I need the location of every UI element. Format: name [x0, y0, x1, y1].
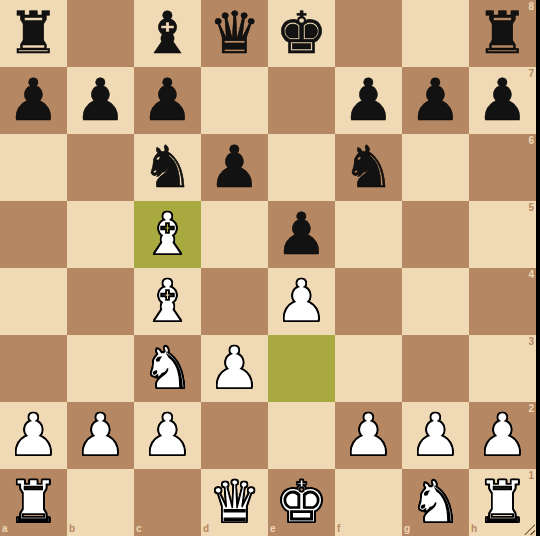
rank-label-6: 6 — [528, 136, 534, 146]
square-d4[interactable] — [201, 268, 268, 335]
square-b6[interactable] — [67, 134, 134, 201]
square-e3[interactable] — [268, 335, 335, 402]
square-f8[interactable] — [335, 0, 402, 67]
white-bishop[interactable]: ♝ — [142, 268, 194, 335]
white-knight[interactable]: ♞ — [410, 469, 462, 536]
white-pawn[interactable]: ♟ — [276, 268, 328, 335]
square-b8[interactable] — [67, 0, 134, 67]
square-h4[interactable]: 4 — [469, 268, 536, 335]
square-g7[interactable]: ♟ — [402, 67, 469, 134]
square-h1[interactable]: ♜h1 — [469, 469, 536, 536]
square-e1[interactable]: ♚e — [268, 469, 335, 536]
square-e8[interactable]: ♚ — [268, 0, 335, 67]
square-c1[interactable]: c — [134, 469, 201, 536]
square-a2[interactable]: ♟ — [0, 402, 67, 469]
file-label-f: f — [337, 524, 340, 534]
file-label-c: c — [136, 524, 142, 534]
square-c6[interactable]: ♞ — [134, 134, 201, 201]
square-g2[interactable]: ♟ — [402, 402, 469, 469]
square-h6[interactable]: 6 — [469, 134, 536, 201]
black-pawn[interactable]: ♟ — [410, 67, 462, 134]
white-pawn[interactable]: ♟ — [343, 402, 395, 469]
square-b4[interactable] — [67, 268, 134, 335]
black-rook[interactable]: ♜ — [8, 0, 60, 67]
square-e7[interactable] — [268, 67, 335, 134]
square-a8[interactable]: ♜ — [0, 0, 67, 67]
black-pawn[interactable]: ♟ — [343, 67, 395, 134]
black-king[interactable]: ♚ — [276, 0, 328, 67]
square-b5[interactable] — [67, 201, 134, 268]
square-h2[interactable]: ♟2 — [469, 402, 536, 469]
square-b2[interactable]: ♟ — [67, 402, 134, 469]
square-c2[interactable]: ♟ — [134, 402, 201, 469]
square-e4[interactable]: ♟ — [268, 268, 335, 335]
square-f4[interactable] — [335, 268, 402, 335]
white-pawn[interactable]: ♟ — [8, 402, 60, 469]
white-pawn[interactable]: ♟ — [142, 402, 194, 469]
board-grid: ♜♝♛♚♜8♟♟♟♟♟♟7♞♟♞6♝♟5♝♟4♞♟3♟♟♟♟♟♟2♜abc♛d♚… — [0, 0, 536, 536]
square-h3[interactable]: 3 — [469, 335, 536, 402]
rank-label-7: 7 — [528, 69, 534, 79]
square-b3[interactable] — [67, 335, 134, 402]
square-f2[interactable]: ♟ — [335, 402, 402, 469]
rank-label-1: 1 — [528, 471, 534, 481]
square-a6[interactable] — [0, 134, 67, 201]
square-f1[interactable]: f — [335, 469, 402, 536]
black-pawn[interactable]: ♟ — [276, 201, 328, 268]
square-f7[interactable]: ♟ — [335, 67, 402, 134]
square-b7[interactable]: ♟ — [67, 67, 134, 134]
white-knight[interactable]: ♞ — [142, 335, 194, 402]
page: { "game": "chess", "app": { "title": "ch… — [0, 0, 540, 536]
square-a5[interactable] — [0, 201, 67, 268]
square-h8[interactable]: ♜8 — [469, 0, 536, 67]
square-d6[interactable]: ♟ — [201, 134, 268, 201]
square-a3[interactable] — [0, 335, 67, 402]
square-g1[interactable]: ♞g — [402, 469, 469, 536]
black-knight[interactable]: ♞ — [343, 134, 395, 201]
file-label-g: g — [404, 524, 410, 534]
square-a7[interactable]: ♟ — [0, 67, 67, 134]
square-g4[interactable] — [402, 268, 469, 335]
file-label-h: h — [471, 524, 477, 534]
square-a1[interactable]: ♜a — [0, 469, 67, 536]
square-e2[interactable] — [268, 402, 335, 469]
square-c8[interactable]: ♝ — [134, 0, 201, 67]
black-knight[interactable]: ♞ — [142, 134, 194, 201]
black-rook[interactable]: ♜ — [477, 0, 529, 67]
file-label-a: a — [2, 524, 8, 534]
file-label-e: e — [270, 524, 276, 534]
square-c7[interactable]: ♟ — [134, 67, 201, 134]
square-g8[interactable] — [402, 0, 469, 67]
square-g3[interactable] — [402, 335, 469, 402]
square-f6[interactable]: ♞ — [335, 134, 402, 201]
square-e6[interactable] — [268, 134, 335, 201]
square-f5[interactable] — [335, 201, 402, 268]
rank-label-5: 5 — [528, 203, 534, 213]
black-queen[interactable]: ♛ — [209, 0, 261, 67]
square-c3[interactable]: ♞ — [134, 335, 201, 402]
black-pawn[interactable]: ♟ — [8, 67, 60, 134]
square-d7[interactable] — [201, 67, 268, 134]
white-pawn[interactable]: ♟ — [75, 402, 127, 469]
square-c5[interactable]: ♝ — [134, 201, 201, 268]
rank-label-3: 3 — [528, 337, 534, 347]
chess-board: ♜♝♛♚♜8♟♟♟♟♟♟7♞♟♞6♝♟5♝♟4♞♟3♟♟♟♟♟♟2♜abc♛d♚… — [0, 0, 536, 536]
white-rook[interactable]: ♜ — [477, 469, 529, 536]
white-pawn[interactable]: ♟ — [209, 335, 261, 402]
square-d3[interactable]: ♟ — [201, 335, 268, 402]
white-bishop[interactable]: ♝ — [142, 201, 194, 268]
square-h5[interactable]: 5 — [469, 201, 536, 268]
black-pawn[interactable]: ♟ — [75, 67, 127, 134]
white-rook[interactable]: ♜ — [8, 469, 60, 536]
square-b1[interactable]: b — [67, 469, 134, 536]
white-king[interactable]: ♚ — [276, 469, 328, 536]
square-d1[interactable]: ♛d — [201, 469, 268, 536]
white-pawn[interactable]: ♟ — [477, 402, 529, 469]
black-pawn[interactable]: ♟ — [142, 67, 194, 134]
file-label-d: d — [203, 524, 209, 534]
rank-label-8: 8 — [528, 2, 534, 12]
square-e5[interactable]: ♟ — [268, 201, 335, 268]
square-h7[interactable]: ♟7 — [469, 67, 536, 134]
square-c4[interactable]: ♝ — [134, 268, 201, 335]
square-g6[interactable] — [402, 134, 469, 201]
square-d5[interactable] — [201, 201, 268, 268]
square-a4[interactable] — [0, 268, 67, 335]
black-pawn[interactable]: ♟ — [209, 134, 261, 201]
rank-label-4: 4 — [528, 270, 534, 280]
square-f3[interactable] — [335, 335, 402, 402]
square-d2[interactable] — [201, 402, 268, 469]
white-queen[interactable]: ♛ — [209, 469, 261, 536]
black-pawn[interactable]: ♟ — [477, 67, 529, 134]
rank-label-2: 2 — [528, 404, 534, 414]
file-label-b: b — [69, 524, 75, 534]
black-bishop[interactable]: ♝ — [142, 0, 194, 67]
white-pawn[interactable]: ♟ — [410, 402, 462, 469]
square-g5[interactable] — [402, 201, 469, 268]
square-d8[interactable]: ♛ — [201, 0, 268, 67]
